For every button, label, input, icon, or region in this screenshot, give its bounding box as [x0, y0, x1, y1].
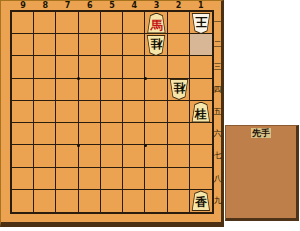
file-label-4: 4	[124, 1, 144, 10]
square-5一[interactable]	[101, 12, 123, 34]
square-4九[interactable]	[123, 190, 145, 212]
square-1四[interactable]	[190, 79, 212, 101]
square-7六[interactable]	[56, 123, 78, 145]
rank-label-2: 二	[213, 34, 222, 56]
square-5四[interactable]	[101, 79, 123, 101]
square-5六[interactable]	[101, 123, 123, 145]
file-label-6: 6	[80, 1, 100, 10]
file-label-3: 3	[146, 1, 166, 10]
file-label-1: 1	[191, 1, 211, 10]
rank-label-1: 一	[213, 12, 222, 34]
square-4三[interactable]	[123, 56, 145, 78]
square-9二[interactable]	[12, 34, 34, 56]
sente-piece-stand: 先手	[225, 125, 299, 221]
square-3四[interactable]	[145, 79, 167, 101]
square-9五[interactable]	[12, 101, 34, 123]
rank-label-7: 七	[213, 145, 222, 167]
square-9九[interactable]	[12, 190, 34, 212]
square-4七[interactable]	[123, 145, 145, 167]
square-2五[interactable]	[168, 101, 190, 123]
square-5二[interactable]	[101, 34, 123, 56]
square-8五[interactable]	[34, 101, 56, 123]
square-4一[interactable]	[123, 12, 145, 34]
file-label-2: 2	[169, 1, 189, 10]
square-3八[interactable]	[145, 168, 167, 190]
square-3七[interactable]	[145, 145, 167, 167]
square-6二[interactable]	[79, 34, 101, 56]
square-6七[interactable]	[79, 145, 101, 167]
square-9七[interactable]	[12, 145, 34, 167]
sente-label: 先手	[251, 128, 271, 138]
square-2二[interactable]	[168, 34, 190, 56]
hoshi-dot	[144, 77, 147, 80]
square-9八[interactable]	[12, 168, 34, 190]
hoshi-dot	[144, 144, 147, 147]
file-label-7: 7	[58, 1, 78, 10]
square-5三[interactable]	[101, 56, 123, 78]
square-4五[interactable]	[123, 101, 145, 123]
square-7四[interactable]	[56, 79, 78, 101]
square-5七[interactable]	[101, 145, 123, 167]
square-2八[interactable]	[168, 168, 190, 190]
square-7二[interactable]	[56, 34, 78, 56]
rank-label-5: 五	[213, 101, 222, 123]
square-8八[interactable]	[34, 168, 56, 190]
square-3五[interactable]	[145, 101, 167, 123]
square-9三[interactable]	[12, 56, 34, 78]
square-8四[interactable]	[34, 79, 56, 101]
square-2三[interactable]	[168, 56, 190, 78]
square-6四[interactable]	[79, 79, 101, 101]
square-6八[interactable]	[79, 168, 101, 190]
square-7五[interactable]	[56, 101, 78, 123]
square-3三[interactable]	[145, 56, 167, 78]
rank-label-9: 九	[213, 190, 222, 212]
file-label-8: 8	[35, 1, 55, 10]
square-2九[interactable]	[168, 190, 190, 212]
square-7三[interactable]	[56, 56, 78, 78]
square-3六[interactable]	[145, 123, 167, 145]
hoshi-dot	[77, 144, 80, 147]
rank-label-3: 三	[213, 56, 222, 78]
square-8一[interactable]	[34, 12, 56, 34]
square-8三[interactable]	[34, 56, 56, 78]
rank-label-8: 八	[213, 168, 222, 190]
square-1八[interactable]	[190, 168, 212, 190]
square-9一[interactable]	[12, 12, 34, 34]
file-label-9: 9	[13, 1, 33, 10]
square-2一[interactable]	[168, 12, 190, 34]
square-2六[interactable]	[168, 123, 190, 145]
square-9四[interactable]	[12, 79, 34, 101]
square-9六[interactable]	[12, 123, 34, 145]
square-5九[interactable]	[101, 190, 123, 212]
shogi-board: 987654321一二三四五六七八九馬王桂桂桂香	[0, 0, 224, 227]
square-6九[interactable]	[79, 190, 101, 212]
square-4六[interactable]	[123, 123, 145, 145]
square-6一[interactable]	[79, 12, 101, 34]
square-8七[interactable]	[34, 145, 56, 167]
square-8九[interactable]	[34, 190, 56, 212]
square-4八[interactable]	[123, 168, 145, 190]
square-1六[interactable]	[190, 123, 212, 145]
square-8六[interactable]	[34, 123, 56, 145]
square-8二[interactable]	[34, 34, 56, 56]
square-5八[interactable]	[101, 168, 123, 190]
file-label-5: 5	[102, 1, 122, 10]
square-2七[interactable]	[168, 145, 190, 167]
rank-label-6: 六	[213, 123, 222, 145]
square-7七[interactable]	[56, 145, 78, 167]
square-6三[interactable]	[79, 56, 101, 78]
square-6五[interactable]	[79, 101, 101, 123]
board-grid	[10, 10, 214, 214]
square-5五[interactable]	[101, 101, 123, 123]
square-7一[interactable]	[56, 12, 78, 34]
square-7八[interactable]	[56, 168, 78, 190]
square-4二[interactable]	[123, 34, 145, 56]
square-6六[interactable]	[79, 123, 101, 145]
square-4四[interactable]	[123, 79, 145, 101]
square-7九[interactable]	[56, 190, 78, 212]
square-1二[interactable]	[190, 34, 212, 56]
square-3九[interactable]	[145, 190, 167, 212]
square-1三[interactable]	[190, 56, 212, 78]
rank-label-4: 四	[213, 79, 222, 101]
square-1七[interactable]	[190, 145, 212, 167]
